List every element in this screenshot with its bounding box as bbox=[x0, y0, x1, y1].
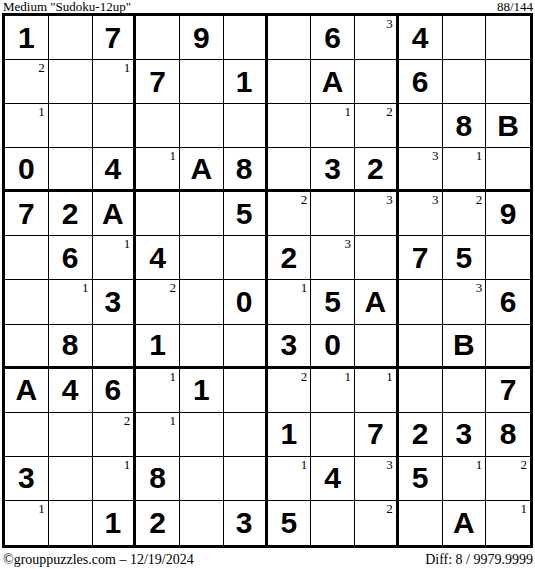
given-value: 6 bbox=[62, 243, 79, 273]
given-value: 8 bbox=[62, 330, 79, 360]
cell-r7c5[interactable] bbox=[180, 280, 224, 324]
copyright-text: ©grouppuzzles.com – 12/19/2024 bbox=[3, 551, 194, 569]
cell-r1c1[interactable]: 1 bbox=[5, 16, 49, 60]
cell-r12c5[interactable] bbox=[180, 501, 224, 545]
cell-r3c12[interactable]: B bbox=[486, 104, 530, 148]
given-value: 4 bbox=[324, 463, 341, 493]
cell-r5c8[interactable] bbox=[311, 192, 355, 236]
given-value: 7 bbox=[149, 67, 166, 97]
cell-r1c5[interactable]: 9 bbox=[180, 16, 224, 60]
cell-r10c12[interactable]: 8 bbox=[486, 413, 530, 457]
given-value: 7 bbox=[18, 199, 35, 229]
cell-r9c4[interactable]: 1 bbox=[136, 369, 180, 413]
cell-r11c9[interactable]: 3 bbox=[355, 457, 399, 501]
pencil-mark: 1 bbox=[170, 149, 177, 162]
cell-r8c3[interactable] bbox=[93, 325, 137, 369]
cell-r7c3[interactable]: 3 bbox=[93, 280, 137, 324]
cell-r7c12[interactable]: 6 bbox=[486, 280, 530, 324]
cell-r2c2[interactable] bbox=[49, 60, 93, 104]
cell-r10c9[interactable]: 7 bbox=[355, 413, 399, 457]
cell-r2c3[interactable]: 1 bbox=[93, 60, 137, 104]
given-value: 2 bbox=[149, 508, 166, 538]
given-value: 7 bbox=[412, 243, 429, 273]
pencil-mark: 2 bbox=[386, 502, 393, 515]
cell-r6c1[interactable] bbox=[5, 236, 49, 280]
given-value: B bbox=[497, 111, 519, 141]
pencil-mark: 2 bbox=[521, 458, 528, 471]
given-value: 8 bbox=[500, 419, 517, 449]
cell-r4c12[interactable] bbox=[486, 148, 530, 192]
given-value: 0 bbox=[236, 287, 253, 317]
cell-r9c9[interactable]: 1 bbox=[355, 369, 399, 413]
cell-r9c10[interactable] bbox=[399, 369, 443, 413]
given-value: 2 bbox=[62, 199, 79, 229]
cell-r10c8[interactable] bbox=[311, 413, 355, 457]
cell-r11c3[interactable]: 1 bbox=[93, 457, 137, 501]
cell-r2c8[interactable]: A bbox=[311, 60, 355, 104]
cell-r2c5[interactable] bbox=[180, 60, 224, 104]
pencil-mark: 2 bbox=[301, 370, 308, 383]
cell-r6c7[interactable]: 2 bbox=[268, 236, 312, 280]
cell-r1c11[interactable] bbox=[443, 16, 487, 60]
cell-r4c11[interactable]: 1 bbox=[443, 148, 487, 192]
cell-r10c11[interactable]: 3 bbox=[443, 413, 487, 457]
header: Medium "Sudoku-12up" 88/144 bbox=[3, 0, 533, 13]
cell-r7c1[interactable] bbox=[5, 280, 49, 324]
cell-r3c10[interactable] bbox=[399, 104, 443, 148]
cell-r2c1[interactable]: 2 bbox=[5, 60, 49, 104]
pencil-mark: 1 bbox=[38, 502, 45, 515]
cell-r5c11[interactable]: 2 bbox=[443, 192, 487, 236]
pencil-mark: 1 bbox=[345, 105, 352, 118]
pencil-mark: 3 bbox=[386, 17, 393, 30]
cell-r9c1[interactable]: A bbox=[5, 369, 49, 413]
cell-r6c4[interactable]: 4 bbox=[136, 236, 180, 280]
cell-r2c10[interactable]: 6 bbox=[399, 60, 443, 104]
cell-r7c10[interactable] bbox=[399, 280, 443, 324]
pencil-mark: 3 bbox=[432, 149, 439, 162]
cell-r7c7[interactable]: 1 bbox=[268, 280, 312, 324]
given-value: 1 bbox=[236, 67, 253, 97]
cell-r12c12[interactable]: 1 bbox=[486, 501, 530, 545]
cell-r11c10[interactable]: 5 bbox=[399, 457, 443, 501]
pencil-mark: 2 bbox=[386, 105, 393, 118]
cell-r8c11[interactable]: B bbox=[443, 325, 487, 369]
cell-r5c10[interactable]: 3 bbox=[399, 192, 443, 236]
cell-r5c2[interactable]: 2 bbox=[49, 192, 93, 236]
sudoku-board: 1796342171A61128B041A8323172A52332961423… bbox=[2, 13, 533, 548]
cell-r5c9[interactable]: 3 bbox=[355, 192, 399, 236]
given-value: 0 bbox=[18, 154, 35, 184]
cell-r11c1[interactable]: 3 bbox=[5, 457, 49, 501]
pencil-mark: 1 bbox=[124, 61, 131, 74]
cell-r9c11[interactable] bbox=[443, 369, 487, 413]
pencil-mark: 2 bbox=[170, 281, 177, 294]
cell-r6c10[interactable]: 7 bbox=[399, 236, 443, 280]
cell-r10c10[interactable]: 2 bbox=[399, 413, 443, 457]
given-value: 0 bbox=[324, 330, 341, 360]
given-value: 9 bbox=[193, 23, 210, 53]
cell-r1c10[interactable]: 4 bbox=[399, 16, 443, 60]
cell-r1c2[interactable] bbox=[49, 16, 93, 60]
given-value: 3 bbox=[18, 463, 35, 493]
cell-r3c9[interactable]: 2 bbox=[355, 104, 399, 148]
given-value: A bbox=[16, 375, 38, 405]
cell-r2c7[interactable] bbox=[268, 60, 312, 104]
puzzle-page: Medium "Sudoku-12up" 88/144 1796342171A6… bbox=[0, 0, 535, 569]
cell-r9c6[interactable] bbox=[224, 369, 268, 413]
given-value: 2 bbox=[367, 154, 384, 184]
cell-r11c2[interactable] bbox=[49, 457, 93, 501]
cell-r7c8[interactable]: 5 bbox=[311, 280, 355, 324]
cell-r1c7[interactable] bbox=[268, 16, 312, 60]
pencil-mark: 1 bbox=[521, 502, 528, 515]
pencil-mark: 1 bbox=[124, 458, 131, 471]
pencil-mark: 1 bbox=[170, 414, 177, 427]
cell-r7c9[interactable]: A bbox=[355, 280, 399, 324]
given-value: 4 bbox=[105, 154, 122, 184]
cell-r12c4[interactable]: 2 bbox=[136, 501, 180, 545]
cell-r12c10[interactable] bbox=[399, 501, 443, 545]
cell-r2c9[interactable] bbox=[355, 60, 399, 104]
given-value: 5 bbox=[324, 287, 341, 317]
cell-r4c8[interactable]: 3 bbox=[311, 148, 355, 192]
cell-r8c12[interactable] bbox=[486, 325, 530, 369]
cell-r3c3[interactable] bbox=[93, 104, 137, 148]
cell-r10c3[interactable]: 2 bbox=[93, 413, 137, 457]
cell-r7c4[interactable]: 2 bbox=[136, 280, 180, 324]
cell-r1c4[interactable] bbox=[136, 16, 180, 60]
given-value: A bbox=[453, 508, 475, 538]
given-value: 8 bbox=[456, 111, 473, 141]
given-value: 7 bbox=[500, 375, 517, 405]
cell-r8c1[interactable] bbox=[5, 325, 49, 369]
given-value: A bbox=[365, 287, 387, 317]
given-value: 3 bbox=[105, 287, 122, 317]
given-value: 8 bbox=[236, 154, 253, 184]
cell-r4c7[interactable] bbox=[268, 148, 312, 192]
cell-r12c9[interactable]: 2 bbox=[355, 501, 399, 545]
pencil-mark: 1 bbox=[170, 370, 177, 383]
pencil-mark: 3 bbox=[345, 237, 352, 250]
cell-r6c5[interactable] bbox=[180, 236, 224, 280]
cell-r8c6[interactable] bbox=[224, 325, 268, 369]
cell-r1c12[interactable] bbox=[486, 16, 530, 60]
cell-r5c1[interactable]: 7 bbox=[5, 192, 49, 236]
given-value: 6 bbox=[412, 67, 429, 97]
given-value: 1 bbox=[18, 23, 35, 53]
pencil-mark: 1 bbox=[476, 458, 483, 471]
given-value: 3 bbox=[456, 419, 473, 449]
cell-r7c11[interactable]: 3 bbox=[443, 280, 487, 324]
cell-r4c3[interactable]: 4 bbox=[93, 148, 137, 192]
cell-r4c9[interactable]: 2 bbox=[355, 148, 399, 192]
cell-r11c11[interactable]: 1 bbox=[443, 457, 487, 501]
cell-r11c7[interactable]: 1 bbox=[268, 457, 312, 501]
cell-r8c2[interactable]: 8 bbox=[49, 325, 93, 369]
cell-r12c6[interactable]: 3 bbox=[224, 501, 268, 545]
cell-r6c6[interactable] bbox=[224, 236, 268, 280]
cell-r9c12[interactable]: 7 bbox=[486, 369, 530, 413]
given-value: A bbox=[191, 154, 213, 184]
given-value: 2 bbox=[281, 243, 298, 273]
puzzle-title: Medium "Sudoku-12up" bbox=[3, 0, 131, 13]
cell-r9c5[interactable]: 1 bbox=[180, 369, 224, 413]
cell-r10c6[interactable] bbox=[224, 413, 268, 457]
given-value: 6 bbox=[105, 375, 122, 405]
pencil-mark: 2 bbox=[476, 193, 483, 206]
cell-r10c5[interactable] bbox=[180, 413, 224, 457]
cell-r11c4[interactable]: 8 bbox=[136, 457, 180, 501]
cell-r10c4[interactable]: 1 bbox=[136, 413, 180, 457]
cell-r12c8[interactable] bbox=[311, 501, 355, 545]
cell-r2c11[interactable] bbox=[443, 60, 487, 104]
pencil-mark: 3 bbox=[386, 193, 393, 206]
cell-r3c8[interactable]: 1 bbox=[311, 104, 355, 148]
cell-r3c6[interactable] bbox=[224, 104, 268, 148]
cell-r5c3[interactable]: A bbox=[93, 192, 137, 236]
cell-r12c3[interactable]: 1 bbox=[93, 501, 137, 545]
cell-r12c7[interactable]: 5 bbox=[268, 501, 312, 545]
cell-r4c2[interactable] bbox=[49, 148, 93, 192]
cell-r8c7[interactable]: 3 bbox=[268, 325, 312, 369]
given-value: 4 bbox=[412, 23, 429, 53]
pencil-mark: 1 bbox=[476, 149, 483, 162]
pencil-mark: 1 bbox=[124, 237, 131, 250]
cell-r3c1[interactable]: 1 bbox=[5, 104, 49, 148]
cell-r9c2[interactable]: 4 bbox=[49, 369, 93, 413]
given-value: A bbox=[322, 67, 344, 97]
cell-r9c7[interactable]: 2 bbox=[268, 369, 312, 413]
given-value: 7 bbox=[367, 419, 384, 449]
cell-r8c4[interactable]: 1 bbox=[136, 325, 180, 369]
given-value: 4 bbox=[149, 243, 166, 273]
cell-r9c3[interactable]: 6 bbox=[93, 369, 137, 413]
cell-r5c5[interactable] bbox=[180, 192, 224, 236]
given-value: 2 bbox=[412, 419, 429, 449]
cell-r1c9[interactable]: 3 bbox=[355, 16, 399, 60]
cell-r11c5[interactable] bbox=[180, 457, 224, 501]
cell-r11c8[interactable]: 4 bbox=[311, 457, 355, 501]
pencil-mark: 1 bbox=[38, 105, 45, 118]
footer: ©grouppuzzles.com – 12/19/2024 Diff: 8 /… bbox=[3, 550, 533, 569]
cell-r12c11[interactable]: A bbox=[443, 501, 487, 545]
pencil-mark: 2 bbox=[301, 193, 308, 206]
cell-r5c12[interactable]: 9 bbox=[486, 192, 530, 236]
cell-r11c6[interactable] bbox=[224, 457, 268, 501]
cell-r9c8[interactable]: 1 bbox=[311, 369, 355, 413]
cell-r4c4[interactable]: 1 bbox=[136, 148, 180, 192]
cell-r3c11[interactable]: 8 bbox=[443, 104, 487, 148]
cell-r6c9[interactable] bbox=[355, 236, 399, 280]
pencil-mark: 1 bbox=[301, 458, 308, 471]
cell-r6c8[interactable]: 3 bbox=[311, 236, 355, 280]
cell-r3c7[interactable] bbox=[268, 104, 312, 148]
given-value: 9 bbox=[500, 199, 517, 229]
pencil-mark: 3 bbox=[386, 458, 393, 471]
cell-r10c1[interactable] bbox=[5, 413, 49, 457]
given-value: 6 bbox=[500, 287, 517, 317]
cell-r6c12[interactable] bbox=[486, 236, 530, 280]
cell-r12c2[interactable] bbox=[49, 501, 93, 545]
cell-r1c8[interactable]: 6 bbox=[311, 16, 355, 60]
cell-r12c1[interactable]: 1 bbox=[5, 501, 49, 545]
given-value: 5 bbox=[236, 199, 253, 229]
cell-r10c7[interactable]: 1 bbox=[268, 413, 312, 457]
cell-r2c4[interactable]: 7 bbox=[136, 60, 180, 104]
cell-r6c2[interactable]: 6 bbox=[49, 236, 93, 280]
given-value: 3 bbox=[236, 508, 253, 538]
cell-r5c6[interactable]: 5 bbox=[224, 192, 268, 236]
given-value: 3 bbox=[324, 154, 341, 184]
pencil-mark: 2 bbox=[38, 61, 45, 74]
given-value: B bbox=[453, 330, 475, 360]
pencil-mark: 1 bbox=[345, 370, 352, 383]
given-value: 6 bbox=[324, 23, 341, 53]
cell-r8c10[interactable] bbox=[399, 325, 443, 369]
given-value: 1 bbox=[149, 330, 166, 360]
cell-r2c6[interactable]: 1 bbox=[224, 60, 268, 104]
given-value: 1 bbox=[105, 508, 122, 538]
cell-r6c11[interactable]: 5 bbox=[443, 236, 487, 280]
pencil-mark: 1 bbox=[301, 281, 308, 294]
cell-r3c4[interactable] bbox=[136, 104, 180, 148]
pencil-mark: 1 bbox=[82, 281, 89, 294]
cell-r4c5[interactable]: A bbox=[180, 148, 224, 192]
given-value: 4 bbox=[62, 375, 79, 405]
given-value: 7 bbox=[105, 23, 122, 53]
given-value: 5 bbox=[412, 463, 429, 493]
pencil-mark: 1 bbox=[386, 370, 393, 383]
cell-r10c2[interactable] bbox=[49, 413, 93, 457]
difficulty-text: Diff: 8 / 9979.9999 bbox=[425, 551, 533, 569]
cell-r4c1[interactable]: 0 bbox=[5, 148, 49, 192]
cell-r8c8[interactable]: 0 bbox=[311, 325, 355, 369]
given-value: 1 bbox=[193, 375, 210, 405]
pencil-mark: 2 bbox=[124, 414, 131, 427]
cell-r8c9[interactable] bbox=[355, 325, 399, 369]
given-value: 1 bbox=[281, 419, 298, 449]
cell-r4c6[interactable]: 8 bbox=[224, 148, 268, 192]
given-value: A bbox=[102, 199, 124, 229]
cell-r7c6[interactable]: 0 bbox=[224, 280, 268, 324]
cell-r7c2[interactable]: 1 bbox=[49, 280, 93, 324]
cell-r6c3[interactable]: 1 bbox=[93, 236, 137, 280]
given-value: 3 bbox=[281, 330, 298, 360]
cell-r11c12[interactable]: 2 bbox=[486, 457, 530, 501]
cell-r5c4[interactable] bbox=[136, 192, 180, 236]
cell-r4c10[interactable]: 3 bbox=[399, 148, 443, 192]
given-value: 8 bbox=[149, 463, 166, 493]
pencil-mark: 3 bbox=[476, 281, 483, 294]
cell-r8c5[interactable] bbox=[180, 325, 224, 369]
cell-r1c6[interactable] bbox=[224, 16, 268, 60]
given-value: 5 bbox=[281, 508, 298, 538]
cell-r1c3[interactable]: 7 bbox=[93, 16, 137, 60]
puzzle-counter: 88/144 bbox=[497, 0, 533, 13]
given-value: 5 bbox=[456, 243, 473, 273]
cell-r2c12[interactable] bbox=[486, 60, 530, 104]
pencil-mark: 3 bbox=[432, 193, 439, 206]
cell-r5c7[interactable]: 2 bbox=[268, 192, 312, 236]
cell-r3c5[interactable] bbox=[180, 104, 224, 148]
cell-r3c2[interactable] bbox=[49, 104, 93, 148]
